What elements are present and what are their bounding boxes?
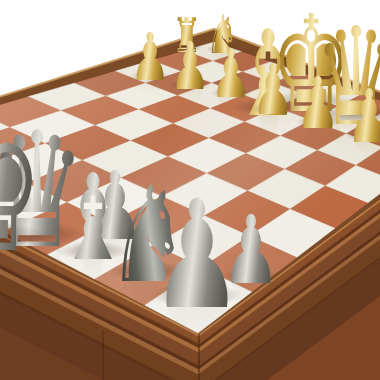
- chess-set-photo: ♜♜♞♞♝♝♚♚♛♛♟♟♟♟♟♟♟♟♟♟♟♟♚♚♛♛♝♝♟♟♞♞♟♟♟♟: [0, 0, 380, 380]
- chess-board: [0, 0, 380, 380]
